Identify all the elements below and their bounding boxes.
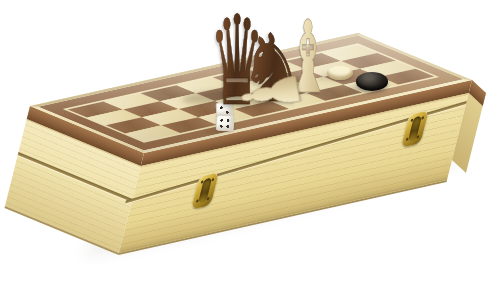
pieces-layer: ♛♞♝♟ <box>0 0 500 285</box>
dark-checker[interactable] <box>356 72 388 91</box>
chess-box-photo: ♛♞♝♟ <box>0 0 500 285</box>
